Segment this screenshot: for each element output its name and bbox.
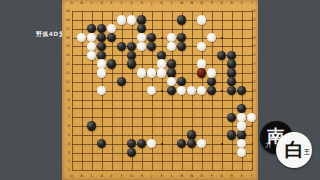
logo-white-char: 白 [285, 137, 304, 163]
white-stone[interactable] [167, 77, 176, 86]
coord-letter-bottom: A [69, 174, 75, 178]
black-stone[interactable] [217, 51, 226, 60]
coord-number-left: 10 [63, 89, 70, 93]
logo-white-stone: 白 王 [276, 132, 312, 168]
coord-letter-top: F [119, 1, 125, 5]
coord-letter-bottom: B [79, 174, 85, 178]
coord-letter-top: S [239, 1, 245, 5]
coord-number-right: 1 [251, 168, 258, 172]
coord-letter-bottom: R [229, 174, 235, 178]
white-stone[interactable] [147, 139, 156, 148]
star-point [221, 37, 223, 39]
coord-letter-top: P [209, 1, 215, 5]
coord-number-left: 4 [63, 142, 70, 146]
coord-number-right: 2 [251, 159, 258, 163]
coord-letter-top: O [199, 1, 205, 5]
black-stone[interactable] [97, 42, 106, 51]
coord-letter-bottom: J [149, 174, 155, 178]
coord-letter-bottom: M [179, 174, 185, 178]
coord-letter-top: M [179, 1, 185, 5]
white-stone[interactable] [117, 15, 126, 24]
white-stone[interactable] [147, 86, 156, 95]
coord-letter-top: B [79, 1, 85, 5]
black-stone[interactable] [87, 121, 96, 130]
black-stone[interactable] [177, 42, 186, 51]
coord-letter-bottom: L [169, 174, 175, 178]
white-stone[interactable] [197, 15, 206, 24]
white-stone[interactable] [137, 68, 146, 77]
coord-letter-top: N [189, 1, 195, 5]
coord-letter-top: K [159, 1, 165, 5]
white-stone[interactable] [197, 86, 206, 95]
coord-number-right: 11 [251, 80, 258, 84]
coord-number-left: 12 [63, 71, 70, 75]
coord-number-right: 14 [251, 53, 258, 57]
coord-letter-bottom: Q [219, 174, 225, 178]
coord-letter-top: C [89, 1, 95, 5]
coord-letter-bottom: S [239, 174, 245, 178]
coord-number-right: 9 [251, 98, 258, 102]
star-point [161, 143, 163, 145]
coord-number-left: 15 [63, 44, 70, 48]
black-stone[interactable] [177, 139, 186, 148]
star-point [161, 37, 163, 39]
white-stone[interactable] [137, 33, 146, 42]
coord-number-right: 8 [251, 106, 258, 110]
grid-line-horizontal [72, 161, 252, 162]
black-stone[interactable] [187, 139, 196, 148]
white-stone[interactable] [237, 121, 246, 130]
white-stone[interactable] [237, 148, 246, 157]
black-stone[interactable] [97, 33, 106, 42]
white-stone[interactable] [147, 68, 156, 77]
coord-number-right: 4 [251, 142, 258, 146]
black-stone[interactable] [177, 33, 186, 42]
coord-number-right: 18 [251, 18, 258, 22]
coord-letter-bottom: F [119, 174, 125, 178]
coord-letter-bottom: E [109, 174, 115, 178]
grid-line-horizontal [72, 153, 252, 154]
coord-number-right: 12 [251, 71, 258, 75]
marked-last-move-stone[interactable] [197, 68, 206, 77]
coord-number-right: 15 [251, 44, 258, 48]
black-stone[interactable] [207, 86, 216, 95]
coord-letter-bottom: H [139, 174, 145, 178]
black-stone[interactable] [127, 42, 136, 51]
coord-number-right: 10 [251, 89, 258, 93]
white-stone[interactable] [87, 33, 96, 42]
black-stone[interactable] [137, 139, 146, 148]
coord-letter-top: T [249, 1, 255, 5]
coord-letter-bottom: K [159, 174, 165, 178]
coord-number-right: 16 [251, 36, 258, 40]
black-stone[interactable] [97, 24, 106, 33]
coord-number-right: 5 [251, 133, 258, 137]
logo-white-small-char: 王 [304, 148, 310, 157]
coord-number-right: 13 [251, 62, 258, 66]
white-stone[interactable] [207, 33, 216, 42]
white-stone[interactable] [197, 42, 206, 51]
white-stone[interactable] [167, 42, 176, 51]
coord-number-left: 9 [63, 98, 70, 102]
screen: 野狐4D复盘 AABBCCDDEEFFGGHHJJKKLLMMNNOOPPQQR… [0, 0, 320, 180]
coord-letter-top: J [149, 1, 155, 5]
white-stone[interactable] [87, 51, 96, 60]
white-stone[interactable] [127, 15, 136, 24]
coord-letter-bottom: T [249, 174, 255, 178]
black-stone[interactable] [137, 24, 146, 33]
black-stone[interactable] [227, 113, 236, 122]
grid-line-horizontal [72, 170, 252, 171]
coord-number-right: 17 [251, 27, 258, 31]
coord-number-left: 7 [63, 115, 70, 119]
black-stone[interactable] [237, 86, 246, 95]
coord-number-left: 11 [63, 80, 70, 84]
white-stone[interactable] [107, 24, 116, 33]
white-stone[interactable] [97, 86, 106, 95]
black-stone[interactable] [227, 130, 236, 139]
white-stone[interactable] [167, 33, 176, 42]
white-stone[interactable] [97, 68, 106, 77]
coord-number-left: 14 [63, 53, 70, 57]
coord-number-left: 19 [63, 9, 70, 13]
white-stone[interactable] [87, 42, 96, 51]
coord-letter-top: G [129, 1, 135, 5]
logo-black-small-char: 力 [265, 141, 271, 150]
coord-letter-bottom: C [89, 174, 95, 178]
grid-line-horizontal [72, 108, 252, 109]
coord-number-left: 6 [63, 124, 70, 128]
grid-line-horizontal [72, 135, 252, 136]
grid-line-horizontal [72, 126, 252, 127]
coord-letter-top: D [99, 1, 105, 5]
black-stone[interactable] [87, 24, 96, 33]
star-point [221, 143, 223, 145]
white-stone[interactable] [157, 68, 166, 77]
coord-number-left: 1 [63, 168, 70, 172]
coord-number-right: 3 [251, 151, 258, 155]
coord-letter-top: A [69, 1, 75, 5]
coord-number-left: 3 [63, 151, 70, 155]
black-stone[interactable] [177, 15, 186, 24]
black-stone[interactable] [127, 59, 136, 68]
white-stone[interactable] [137, 42, 146, 51]
coord-number-left: 13 [63, 62, 70, 66]
star-point [161, 90, 163, 92]
white-stone[interactable] [187, 86, 196, 95]
coord-number-left: 17 [63, 27, 70, 31]
black-stone[interactable] [167, 86, 176, 95]
black-stone[interactable] [107, 59, 116, 68]
coord-number-left: 5 [63, 133, 70, 137]
black-stone[interactable] [227, 86, 236, 95]
go-board[interactable]: AABBCCDDEEFFGGHHJJKKLLMMNNOOPPQQRRSSTT19… [62, 0, 258, 180]
coord-letter-bottom: G [129, 174, 135, 178]
white-stone[interactable] [197, 139, 206, 148]
white-stone[interactable] [77, 33, 86, 42]
white-stone[interactable] [207, 68, 216, 77]
white-stone[interactable] [247, 113, 256, 122]
coord-letter-top: Q [219, 1, 225, 5]
star-point [221, 90, 223, 92]
coord-letter-bottom: N [189, 174, 195, 178]
coord-letter-bottom: D [99, 174, 105, 178]
black-stone[interactable] [117, 42, 126, 51]
coord-number-left: 2 [63, 159, 70, 163]
coord-number-right: 19 [251, 9, 258, 13]
black-stone[interactable] [147, 42, 156, 51]
grid-line-horizontal [72, 100, 252, 101]
black-stone[interactable] [237, 104, 246, 113]
coord-number-right: 6 [251, 124, 258, 128]
grid-line-horizontal [72, 117, 252, 118]
coord-letter-bottom: O [199, 174, 205, 178]
black-stone[interactable] [147, 33, 156, 42]
black-stone[interactable] [117, 77, 126, 86]
coord-letter-top: R [229, 1, 235, 5]
white-stone[interactable] [177, 86, 186, 95]
coord-number-left: 16 [63, 36, 70, 40]
coord-number-left: 8 [63, 106, 70, 110]
black-stone[interactable] [97, 139, 106, 148]
coord-letter-top: L [169, 1, 175, 5]
black-stone[interactable] [127, 148, 136, 157]
coord-letter-top: E [109, 1, 115, 5]
coord-letter-bottom: P [209, 174, 215, 178]
coord-letter-top: H [139, 1, 145, 5]
coord-number-left: 18 [63, 18, 70, 22]
black-stone[interactable] [107, 33, 116, 42]
